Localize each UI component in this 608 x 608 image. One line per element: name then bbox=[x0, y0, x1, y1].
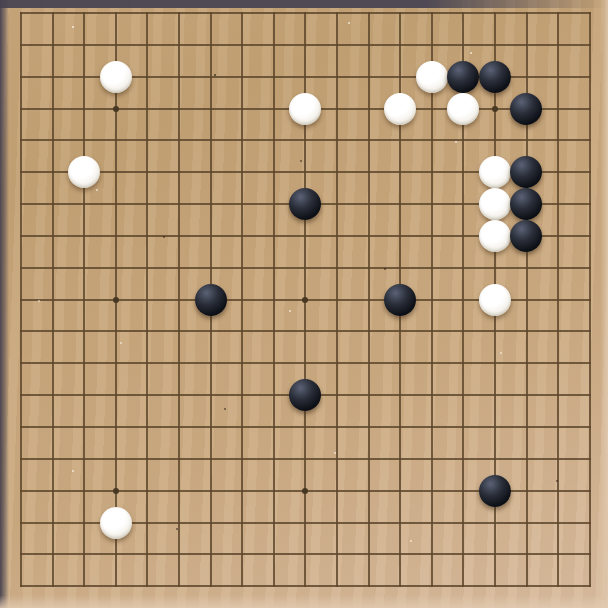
black-stone bbox=[510, 220, 542, 252]
board-photo bbox=[0, 0, 608, 608]
black-stone bbox=[289, 188, 321, 220]
black-stone bbox=[447, 61, 479, 93]
go-board bbox=[0, 0, 608, 608]
star-point bbox=[113, 297, 119, 303]
white-stone bbox=[384, 93, 416, 125]
black-stone bbox=[510, 188, 542, 220]
black-stone bbox=[510, 93, 542, 125]
white-stone bbox=[100, 61, 132, 93]
photo-edge-left bbox=[0, 0, 9, 608]
star-point bbox=[302, 297, 308, 303]
white-stone bbox=[447, 93, 479, 125]
board-bevel-bottom bbox=[0, 595, 608, 608]
white-stone bbox=[479, 284, 511, 316]
black-stone bbox=[289, 379, 321, 411]
star-point bbox=[113, 106, 119, 112]
black-stone bbox=[195, 284, 227, 316]
black-stone bbox=[479, 61, 511, 93]
board-bevel-right bbox=[600, 0, 608, 608]
white-stone bbox=[479, 188, 511, 220]
white-stone bbox=[100, 507, 132, 539]
photo-edge-top bbox=[0, 0, 608, 8]
white-stone bbox=[479, 220, 511, 252]
star-point bbox=[113, 488, 119, 494]
board-intersections bbox=[5, 0, 605, 602]
black-stone bbox=[384, 284, 416, 316]
black-stone bbox=[510, 156, 542, 188]
white-stone bbox=[68, 156, 100, 188]
star-point bbox=[492, 106, 498, 112]
white-stone bbox=[289, 93, 321, 125]
white-stone bbox=[479, 156, 511, 188]
black-stone bbox=[479, 475, 511, 507]
white-stone bbox=[416, 61, 448, 93]
star-point bbox=[302, 488, 308, 494]
